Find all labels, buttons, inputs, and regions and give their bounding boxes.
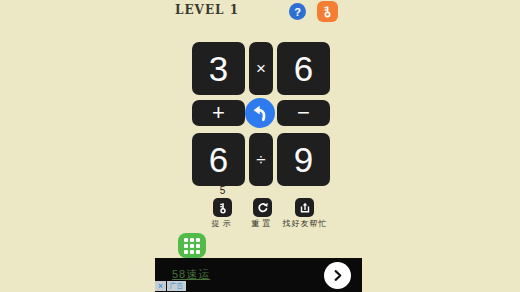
operator-tile-plus[interactable]: +: [192, 100, 245, 126]
share-icon: [299, 202, 311, 214]
operator-tile-divide[interactable]: ÷: [249, 133, 273, 186]
key-icon: [321, 5, 334, 18]
level-title: LEVEL 1: [175, 3, 245, 17]
reset-button[interactable]: [253, 198, 272, 217]
grid-menu-icon: [184, 238, 200, 254]
ad-advertiser-link[interactable]: 58速运: [172, 267, 210, 282]
number-tile-r1c3[interactable]: 6: [277, 42, 330, 95]
hint-label: 提示: [206, 218, 239, 227]
chevron-right-icon: [330, 268, 345, 283]
undo-button[interactable]: [245, 98, 275, 128]
more-games-button[interactable]: [178, 233, 206, 258]
operator-tile-minus[interactable]: −: [277, 100, 330, 126]
operator-tile-multiply[interactable]: ×: [249, 42, 273, 95]
reset-label: 重置: [246, 218, 279, 227]
share-label: 找好友帮忙: [281, 218, 329, 227]
ad-banner[interactable]: 58速运 × 广告: [155, 258, 362, 292]
key-icon: [217, 202, 229, 214]
ad-tag-badge: 广告: [167, 281, 186, 291]
help-button[interactable]: ?: [289, 3, 306, 20]
game-screen: LEVEL 1 ? 3 × 6 + − 6 ÷ 9 5: [0, 0, 520, 292]
ad-close-button[interactable]: ×: [155, 281, 166, 291]
number-tile-r3c3[interactable]: 9: [277, 133, 330, 186]
ad-open-button[interactable]: [324, 262, 351, 289]
number-tile-r3c1[interactable]: 6: [192, 133, 245, 186]
undo-arrow-icon: [251, 104, 270, 123]
reset-arrow-icon: [257, 202, 269, 214]
hint-count: 5: [213, 185, 232, 196]
share-button[interactable]: [295, 198, 314, 217]
hint-button[interactable]: [213, 198, 232, 217]
key-button[interactable]: [317, 1, 338, 22]
question-mark-icon: ?: [294, 6, 301, 18]
number-tile-r1c1[interactable]: 3: [192, 42, 245, 95]
